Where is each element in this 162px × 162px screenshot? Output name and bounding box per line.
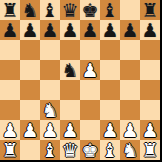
square-b3[interactable] bbox=[20, 100, 40, 120]
square-e8[interactable]: ♚ bbox=[80, 0, 100, 20]
square-a8[interactable]: ♜ bbox=[0, 0, 20, 20]
black-bishop-f8[interactable]: ♝ bbox=[101, 0, 118, 20]
square-h8[interactable]: ♜ bbox=[140, 0, 160, 20]
square-c4[interactable] bbox=[40, 80, 60, 100]
square-f7[interactable]: ♟ bbox=[100, 20, 120, 40]
square-a4[interactable] bbox=[0, 80, 20, 100]
square-b1[interactable] bbox=[20, 140, 40, 160]
white-rook-a1[interactable]: ♜ bbox=[1, 140, 18, 160]
square-c2[interactable]: ♟ bbox=[40, 120, 60, 140]
square-h4[interactable] bbox=[140, 80, 160, 100]
white-pawn-b2[interactable]: ♟ bbox=[21, 120, 38, 140]
black-bishop-c8[interactable]: ♝ bbox=[41, 0, 58, 20]
white-bishop-f1[interactable]: ♝ bbox=[101, 140, 118, 160]
square-b4[interactable] bbox=[20, 80, 40, 100]
black-pawn-f7[interactable]: ♟ bbox=[101, 20, 118, 40]
white-pawn-h2[interactable]: ♟ bbox=[141, 120, 158, 140]
square-d7[interactable]: ♟ bbox=[60, 20, 80, 40]
square-d8[interactable]: ♛ bbox=[60, 0, 80, 20]
square-h2[interactable]: ♟ bbox=[140, 120, 160, 140]
square-f2[interactable]: ♟ bbox=[100, 120, 120, 140]
square-b5[interactable] bbox=[20, 60, 40, 80]
square-c3[interactable]: ♞ bbox=[40, 100, 60, 120]
square-e3[interactable] bbox=[80, 100, 100, 120]
square-f5[interactable] bbox=[100, 60, 120, 80]
square-h1[interactable]: ♜ bbox=[140, 140, 160, 160]
square-e5[interactable]: ♟ bbox=[80, 60, 100, 80]
black-pawn-g7[interactable]: ♟ bbox=[121, 20, 138, 40]
square-e4[interactable] bbox=[80, 80, 100, 100]
black-knight-b8[interactable]: ♞ bbox=[21, 0, 38, 20]
square-c1[interactable]: ♝ bbox=[40, 140, 60, 160]
black-rook-h8[interactable]: ♜ bbox=[141, 0, 158, 20]
square-f3[interactable] bbox=[100, 100, 120, 120]
white-king-e1[interactable]: ♚ bbox=[81, 140, 98, 160]
white-bishop-c1[interactable]: ♝ bbox=[41, 140, 58, 160]
square-a5[interactable] bbox=[0, 60, 20, 80]
black-pawn-e7[interactable]: ♟ bbox=[81, 20, 98, 40]
black-knight-d5[interactable]: ♞ bbox=[61, 60, 78, 80]
square-a1[interactable]: ♜ bbox=[0, 140, 20, 160]
white-pawn-a2[interactable]: ♟ bbox=[1, 120, 18, 140]
black-pawn-c7[interactable]: ♟ bbox=[41, 20, 58, 40]
square-h5[interactable] bbox=[140, 60, 160, 80]
white-pawn-d2[interactable]: ♟ bbox=[61, 120, 78, 140]
white-knight-g1[interactable]: ♞ bbox=[121, 140, 138, 160]
square-g7[interactable]: ♟ bbox=[120, 20, 140, 40]
square-c6[interactable] bbox=[40, 40, 60, 60]
square-h3[interactable] bbox=[140, 100, 160, 120]
square-b2[interactable]: ♟ bbox=[20, 120, 40, 140]
black-pawn-a7[interactable]: ♟ bbox=[1, 20, 18, 40]
square-d4[interactable] bbox=[60, 80, 80, 100]
square-b7[interactable]: ♟ bbox=[20, 20, 40, 40]
square-a6[interactable] bbox=[0, 40, 20, 60]
square-h6[interactable] bbox=[140, 40, 160, 60]
square-g3[interactable] bbox=[120, 100, 140, 120]
square-f1[interactable]: ♝ bbox=[100, 140, 120, 160]
square-d5[interactable]: ♞ bbox=[60, 60, 80, 80]
board-frame: ♜♞♝♛♚♝♜♟♟♟♟♟♟♟♟♞♟♞♟♟♟♟♟♟♟♜♝♛♚♝♞♜ bbox=[0, 0, 162, 162]
square-e1[interactable]: ♚ bbox=[80, 140, 100, 160]
square-d1[interactable]: ♛ bbox=[60, 140, 80, 160]
white-queen-d1[interactable]: ♛ bbox=[61, 140, 78, 160]
white-pawn-f2[interactable]: ♟ bbox=[101, 120, 118, 140]
square-b6[interactable] bbox=[20, 40, 40, 60]
square-d3[interactable] bbox=[60, 100, 80, 120]
square-c5[interactable] bbox=[40, 60, 60, 80]
square-e6[interactable] bbox=[80, 40, 100, 60]
square-d6[interactable] bbox=[60, 40, 80, 60]
square-g5[interactable] bbox=[120, 60, 140, 80]
square-a7[interactable]: ♟ bbox=[0, 20, 20, 40]
white-pawn-g2[interactable]: ♟ bbox=[121, 120, 138, 140]
square-f8[interactable]: ♝ bbox=[100, 0, 120, 20]
black-queen-d8[interactable]: ♛ bbox=[61, 0, 78, 20]
square-g4[interactable] bbox=[120, 80, 140, 100]
square-g1[interactable]: ♞ bbox=[120, 140, 140, 160]
black-rook-a8[interactable]: ♜ bbox=[1, 0, 18, 20]
square-g6[interactable] bbox=[120, 40, 140, 60]
white-pawn-c2[interactable]: ♟ bbox=[41, 120, 58, 140]
white-knight-c3[interactable]: ♞ bbox=[41, 100, 58, 120]
square-c8[interactable]: ♝ bbox=[40, 0, 60, 20]
square-g2[interactable]: ♟ bbox=[120, 120, 140, 140]
black-pawn-h7[interactable]: ♟ bbox=[141, 20, 158, 40]
black-pawn-b7[interactable]: ♟ bbox=[21, 20, 38, 40]
square-g8[interactable] bbox=[120, 0, 140, 20]
black-pawn-d7[interactable]: ♟ bbox=[61, 20, 78, 40]
square-c7[interactable]: ♟ bbox=[40, 20, 60, 40]
square-e7[interactable]: ♟ bbox=[80, 20, 100, 40]
square-h7[interactable]: ♟ bbox=[140, 20, 160, 40]
white-rook-h1[interactable]: ♜ bbox=[141, 140, 158, 160]
black-king-e8[interactable]: ♚ bbox=[81, 0, 98, 20]
square-a2[interactable]: ♟ bbox=[0, 120, 20, 140]
square-b8[interactable]: ♞ bbox=[20, 0, 40, 20]
square-f4[interactable] bbox=[100, 80, 120, 100]
white-pawn-e5[interactable]: ♟ bbox=[81, 60, 98, 80]
chess-board: ♜♞♝♛♚♝♜♟♟♟♟♟♟♟♟♞♟♞♟♟♟♟♟♟♟♜♝♛♚♝♞♜ bbox=[0, 0, 160, 160]
square-a3[interactable] bbox=[0, 100, 20, 120]
square-e2[interactable] bbox=[80, 120, 100, 140]
square-d2[interactable]: ♟ bbox=[60, 120, 80, 140]
square-f6[interactable] bbox=[100, 40, 120, 60]
